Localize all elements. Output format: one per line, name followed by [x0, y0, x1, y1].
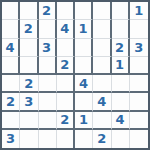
cell-r5c7[interactable]	[112, 75, 130, 93]
puzzle-thumbnail: 212414323212423421432	[0, 0, 150, 150]
cell-r5c3[interactable]	[39, 75, 57, 93]
cell-r5c2: 2	[20, 75, 38, 93]
cell-r5c5: 4	[75, 75, 93, 93]
cell-r4c5[interactable]	[75, 57, 93, 75]
cell-r6c4[interactable]	[57, 93, 75, 111]
cell-r1c4[interactable]	[57, 2, 75, 20]
cell-r4c7: 1	[112, 57, 130, 75]
cell-r2c3[interactable]	[39, 20, 57, 38]
cell-r6c3[interactable]	[39, 93, 57, 111]
cell-r3c7: 2	[112, 39, 130, 57]
cell-r1c2[interactable]	[20, 2, 38, 20]
cell-r5c6[interactable]	[93, 75, 111, 93]
cell-r2c6[interactable]	[93, 20, 111, 38]
cell-r2c5: 1	[75, 20, 93, 38]
cell-r8c5[interactable]	[75, 130, 93, 148]
cell-r4c4: 2	[57, 57, 75, 75]
cell-r4c2[interactable]	[20, 57, 38, 75]
cell-r2c7[interactable]	[112, 20, 130, 38]
cell-r1c6[interactable]	[93, 2, 111, 20]
cell-r3c4[interactable]	[57, 39, 75, 57]
cell-r1c1[interactable]	[2, 2, 20, 20]
cell-r8c7[interactable]	[112, 130, 130, 148]
cell-r8c3[interactable]	[39, 130, 57, 148]
cell-r6c5[interactable]	[75, 93, 93, 111]
cell-r7c8[interactable]	[130, 112, 148, 130]
cell-r3c1: 4	[2, 39, 20, 57]
cell-r1c7[interactable]	[112, 2, 130, 20]
cell-r4c3[interactable]	[39, 57, 57, 75]
cell-r7c2[interactable]	[20, 112, 38, 130]
cell-r8c6: 2	[93, 130, 111, 148]
cell-r7c5: 1	[75, 112, 93, 130]
cell-r1c3: 2	[39, 2, 57, 20]
cell-r7c3[interactable]	[39, 112, 57, 130]
cell-r1c8: 1	[130, 2, 148, 20]
cell-r3c8: 3	[130, 39, 148, 57]
cell-r3c2[interactable]	[20, 39, 38, 57]
cell-r2c4: 4	[57, 20, 75, 38]
cell-r2c2: 2	[20, 20, 38, 38]
cell-r7c1[interactable]	[2, 112, 20, 130]
cell-r7c7: 4	[112, 112, 130, 130]
cell-r4c1[interactable]	[2, 57, 20, 75]
cell-r4c6[interactable]	[93, 57, 111, 75]
cell-r8c8[interactable]	[130, 130, 148, 148]
cell-r1c5[interactable]	[75, 2, 93, 20]
cell-r5c4[interactable]	[57, 75, 75, 93]
cell-r2c8[interactable]	[130, 20, 148, 38]
cell-r5c8[interactable]	[130, 75, 148, 93]
cell-r7c6[interactable]	[93, 112, 111, 130]
puzzle-board[interactable]: 212414323212423421432	[0, 0, 150, 150]
cell-r2c1[interactable]	[2, 20, 20, 38]
cell-r3c5[interactable]	[75, 39, 93, 57]
cell-r6c2: 3	[20, 93, 38, 111]
cell-r3c6[interactable]	[93, 39, 111, 57]
cell-r8c4[interactable]	[57, 130, 75, 148]
cell-r7c4: 2	[57, 112, 75, 130]
cell-r4c8[interactable]	[130, 57, 148, 75]
cell-r5c1[interactable]	[2, 75, 20, 93]
cell-r8c1: 3	[2, 130, 20, 148]
cell-r6c7[interactable]	[112, 93, 130, 111]
cell-r6c8[interactable]	[130, 93, 148, 111]
cell-r6c6: 4	[93, 93, 111, 111]
cell-r6c1: 2	[2, 93, 20, 111]
cell-r3c3: 3	[39, 39, 57, 57]
cell-r8c2[interactable]	[20, 130, 38, 148]
